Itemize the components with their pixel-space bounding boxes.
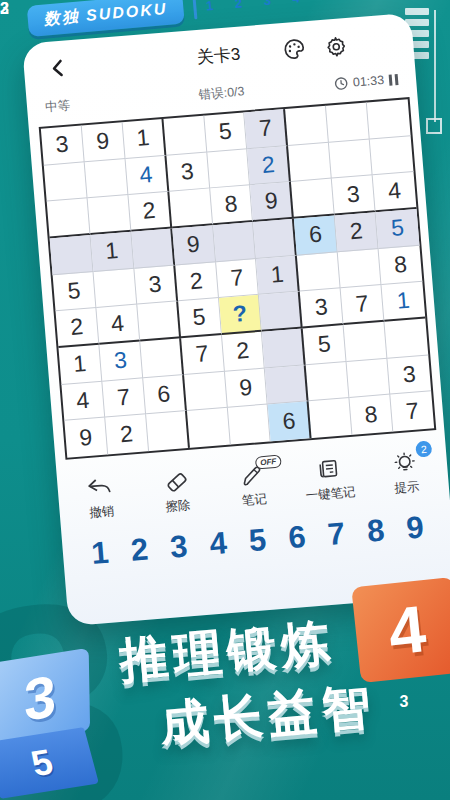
cell-r5c4[interactable]: 2 — [175, 262, 219, 302]
cell-r7c9[interactable] — [385, 319, 429, 359]
cell-r4c8[interactable]: 2 — [335, 212, 379, 252]
bulb-icon — [391, 450, 419, 477]
notes-off-badge: OFF — [255, 455, 282, 470]
cell-r9c6[interactable]: 6 — [268, 401, 312, 441]
cell-r2c5[interactable] — [207, 149, 251, 189]
brand-separator — [192, 0, 197, 19]
cell-r4c9[interactable]: 5 — [376, 209, 420, 249]
cell-r7c8[interactable] — [344, 322, 388, 362]
gear-icon — [323, 33, 349, 59]
cell-r8c9[interactable]: 3 — [387, 355, 431, 395]
cell-r2c9[interactable] — [370, 136, 414, 176]
app-logo: 数独 SUDOKU — [27, 0, 185, 37]
palette-icon — [281, 36, 307, 62]
game-card: 关卡3 中等 错误:0/3 01:33 39157432289341962553… — [22, 13, 450, 626]
cell-r1c6[interactable]: 7 — [245, 109, 289, 149]
slider-handle — [426, 118, 442, 134]
undo-label: 撤销 — [89, 503, 115, 522]
hint-label: 提示 — [394, 479, 420, 498]
cell-r6c7[interactable]: 3 — [300, 289, 344, 329]
cell-r5c1[interactable]: 5 — [53, 272, 97, 312]
cell-r3c4[interactable] — [169, 189, 213, 229]
undo-button[interactable]: 撤销 — [73, 474, 128, 523]
cell-r6c5[interactable]: ? — [219, 295, 263, 335]
numpad-3[interactable]: 3 — [160, 528, 197, 567]
cell-r1c9[interactable] — [367, 99, 411, 139]
cell-r6c4[interactable]: 5 — [178, 298, 222, 338]
cell-r3c5[interactable]: 8 — [210, 185, 254, 225]
numpad-6[interactable]: 6 — [279, 518, 316, 557]
cell-r9c3[interactable] — [146, 411, 190, 451]
cell-r1c3[interactable]: 1 — [122, 119, 166, 159]
hint-count-badge: 2 — [415, 440, 432, 457]
cell-r4c4[interactable]: 9 — [172, 225, 216, 265]
theme-button[interactable] — [280, 35, 308, 63]
cell-r2c4[interactable]: 3 — [166, 152, 210, 192]
erase-label: 擦除 — [165, 497, 191, 516]
cell-r9c2[interactable]: 2 — [105, 415, 149, 455]
undo-icon — [85, 475, 115, 501]
notes-button[interactable]: OFF 笔记 — [226, 462, 281, 511]
cell-r7c5[interactable]: 2 — [222, 332, 266, 372]
sudoku-board: 391574322893419625532718245?371137254769… — [39, 97, 437, 460]
cell-r7c2[interactable]: 3 — [99, 341, 143, 381]
cell-r2c2[interactable] — [85, 159, 129, 199]
cell-r1c4[interactable] — [163, 116, 207, 156]
erase-button[interactable]: 擦除 — [149, 468, 204, 517]
cell-r5c8[interactable] — [338, 249, 382, 289]
hint-button[interactable]: 2 提示 — [378, 449, 434, 499]
cell-r7c4[interactable]: 7 — [181, 335, 225, 375]
cell-r9c9[interactable]: 7 — [390, 392, 434, 432]
cell-r2c7[interactable] — [288, 142, 332, 182]
cell-r2c1[interactable] — [44, 162, 88, 202]
notes-doc-icon — [316, 457, 342, 483]
cell-r8c1[interactable]: 4 — [61, 381, 105, 421]
cell-r4c2[interactable]: 1 — [90, 232, 134, 272]
cell-r3c1[interactable] — [47, 199, 91, 239]
numpad-5[interactable]: 5 — [239, 521, 276, 560]
slider-track — [434, 10, 436, 122]
cell-r1c5[interactable]: 5 — [204, 112, 248, 152]
cell-r3c2[interactable] — [87, 195, 131, 235]
cell-r5c5[interactable]: 7 — [216, 259, 260, 299]
cell-r6c3[interactable] — [137, 302, 181, 342]
cell-r8c6[interactable] — [265, 365, 309, 405]
cell-r3c7[interactable] — [291, 179, 335, 219]
auto-notes-button[interactable]: 一键笔记 — [302, 456, 357, 505]
cell-r8c8[interactable] — [347, 358, 391, 398]
cell-r2c8[interactable] — [329, 139, 373, 179]
cell-r4c5[interactable] — [213, 222, 257, 262]
cell-r4c7[interactable]: 6 — [294, 215, 338, 255]
cube-orange-front-face: 3 — [352, 674, 450, 730]
dice-cube-blue: 3 5 — [0, 646, 110, 796]
cell-r2c3[interactable]: 4 — [125, 155, 169, 195]
screen: 8 数独 SUDOKU 1 2 3 4 5 6 7 8 9 关卡3 中等 — [0, 0, 450, 800]
cell-r1c1[interactable]: 3 — [41, 125, 85, 165]
cell-r7c1[interactable]: 1 — [59, 345, 103, 385]
cell-r4c6[interactable] — [253, 219, 297, 259]
cell-r6c6[interactable] — [259, 292, 303, 332]
cell-r4c3[interactable] — [131, 229, 175, 269]
cell-r8c5[interactable]: 9 — [224, 368, 268, 408]
cube-orange-top-face: 4 — [351, 577, 450, 683]
numpad-8[interactable]: 8 — [357, 512, 394, 551]
cell-r5c7[interactable] — [297, 252, 341, 292]
cube-green-front-face: 3 — [0, 0, 9, 18]
cell-r5c9[interactable]: 8 — [379, 245, 423, 285]
eraser-icon — [162, 469, 190, 495]
cell-r8c2[interactable]: 7 — [102, 378, 146, 418]
cell-r8c3[interactable]: 6 — [143, 375, 187, 415]
cell-r5c6[interactable]: 1 — [256, 255, 300, 295]
numpad-1[interactable]: 1 — [82, 534, 119, 573]
cell-r6c9[interactable]: 1 — [382, 282, 426, 322]
cell-r7c3[interactable] — [140, 338, 184, 378]
bar-decoration — [405, 8, 429, 15]
cell-r9c5[interactable] — [227, 405, 271, 445]
cell-r9c1[interactable]: 9 — [64, 418, 108, 458]
numpad-7[interactable]: 7 — [318, 515, 355, 554]
cell-r3c6[interactable]: 9 — [251, 182, 295, 222]
dice-cube-orange: 4 3 — [352, 582, 450, 732]
cell-r7c7[interactable]: 5 — [303, 325, 347, 365]
cube-blue-front-face: 5 — [0, 727, 99, 799]
cell-r9c8[interactable]: 8 — [350, 395, 394, 435]
cell-r2c6[interactable]: 2 — [248, 146, 292, 186]
cell-r5c2[interactable] — [93, 268, 137, 308]
cell-r9c4[interactable] — [187, 408, 231, 448]
cell-r9c7[interactable] — [309, 398, 353, 438]
numpad-9[interactable]: 9 — [397, 509, 434, 548]
cell-r3c3[interactable]: 2 — [128, 192, 172, 232]
numpad-4[interactable]: 4 — [200, 525, 237, 564]
cell-r8c7[interactable] — [306, 362, 350, 402]
cell-r7c6[interactable] — [262, 328, 306, 368]
cell-r1c8[interactable] — [326, 103, 370, 143]
notes-label: 笔记 — [241, 491, 267, 510]
settings-button[interactable] — [322, 32, 350, 60]
cell-r4c1[interactable] — [50, 235, 94, 275]
cell-r8c4[interactable] — [184, 371, 228, 411]
cell-r6c1[interactable]: 2 — [56, 308, 100, 348]
cell-r3c9[interactable]: 4 — [373, 172, 417, 212]
cell-r3c8[interactable]: 3 — [332, 176, 376, 216]
cell-r5c3[interactable]: 3 — [134, 265, 178, 305]
cell-r6c8[interactable]: 7 — [341, 285, 385, 325]
cell-r1c2[interactable]: 9 — [82, 122, 126, 162]
cell-r1c7[interactable] — [285, 106, 329, 146]
cell-r6c2[interactable]: 4 — [96, 305, 140, 345]
numpad-2[interactable]: 2 — [121, 531, 158, 570]
